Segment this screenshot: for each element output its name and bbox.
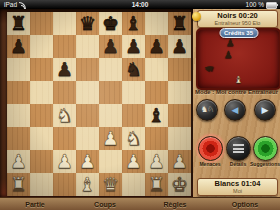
square-f8[interactable]: ♝ [122,12,145,35]
square-d5[interactable] [76,81,99,104]
square-c3[interactable] [53,127,76,150]
white-clock-time: Blancs 01:04 [198,179,277,188]
next-move-button[interactable]: ▶ [254,99,276,121]
square-g1[interactable]: ♜ [145,173,168,196]
square-g7[interactable]: ♟ [145,35,168,58]
status-time: 14:00 [0,0,280,9]
piece-white-bishop[interactable]: ♝ [76,173,99,196]
square-d8[interactable]: ♛ [76,12,99,35]
bottom-toolbar: Partie Coups Règles Options [0,197,280,210]
coin-icon [192,12,201,21]
threats-label: Menaces [195,161,225,167]
battery-icon [266,2,277,9]
piece-black-pawn[interactable]: ♟ [7,35,30,58]
piece-black-pawn[interactable]: ♟ [53,58,76,81]
square-d6[interactable] [76,58,99,81]
board-frame: ♜♛♚♝♜♟♟♟♟♟♟♞♞♝♟♞♟♟♟♟♟♟♜♝♛♜♚ [0,9,193,197]
piece-white-pawn[interactable]: ♟ [53,150,76,173]
tab-regles[interactable]: Règles [140,201,210,208]
black-clock-time: Noirs 00:20 [198,11,277,20]
piece-black-rook[interactable]: ♜ [7,12,30,35]
square-c5[interactable] [53,81,76,104]
square-d1[interactable]: ♝ [76,173,99,196]
armies-button[interactable]: ♞♘ [196,99,218,121]
tab-coups[interactable]: Coups [70,201,140,208]
threats-button[interactable] [198,136,223,161]
square-f5[interactable] [122,81,145,104]
square-c1[interactable] [53,173,76,196]
piece-black-pawn[interactable]: ♟ [99,35,122,58]
tab-options[interactable]: Options [210,201,280,208]
captured-black-pawn: ♟ [226,37,235,48]
captured-black-knight: ♞ [201,62,217,76]
previous-move-button[interactable]: ◀ [224,99,246,121]
square-e3[interactable]: ♟ [99,127,122,150]
status-bar: iPad 14:00 100 % [0,0,280,9]
square-g4[interactable]: ♝ [145,104,168,127]
piece-black-pawn[interactable]: ♟ [168,35,191,58]
piece-white-queen[interactable]: ♛ [99,173,122,196]
piece-white-pawn[interactable]: ♟ [99,127,122,150]
square-c6[interactable]: ♟ [53,58,76,81]
square-h4[interactable] [168,104,191,127]
square-b7[interactable] [30,35,53,58]
square-h3[interactable] [168,127,191,150]
square-a1[interactable]: ♜ [7,173,30,196]
details-button[interactable] [226,136,251,161]
square-c8[interactable] [53,12,76,35]
square-e8[interactable]: ♚ [99,12,122,35]
suggestions-label: Suggestions [250,161,280,167]
square-b5[interactable] [30,81,53,104]
captured-white-bishop: ♝ [234,74,243,85]
piece-black-bishop[interactable]: ♝ [145,104,168,127]
square-a8[interactable]: ♜ [7,12,30,35]
square-h1[interactable]: ♚ [168,173,191,196]
captured-black-pawn: ♟ [224,49,233,60]
square-h8[interactable]: ♜ [168,12,191,35]
piece-black-pawn[interactable]: ♟ [122,35,145,58]
piece-white-pawn[interactable]: ♟ [145,150,168,173]
square-b8[interactable] [30,12,53,35]
square-g2[interactable]: ♟ [145,150,168,173]
black-clock: Noirs 00:20 Entraîneur 950 Elo [197,10,278,28]
square-b1[interactable] [30,173,53,196]
piece-black-bishop[interactable]: ♝ [122,12,145,35]
square-b3[interactable] [30,127,53,150]
piece-white-rook[interactable]: ♜ [7,173,30,196]
forward-arrow-icon: ▶ [255,100,275,120]
square-e1[interactable]: ♛ [99,173,122,196]
square-b4[interactable] [30,104,53,127]
square-a3[interactable] [7,127,30,150]
square-g8[interactable] [145,12,168,35]
side-panel: Noirs 00:20 Entraîneur 950 Elo Crédits 3… [193,9,280,197]
piece-white-knight[interactable]: ♞ [122,127,145,150]
square-c4[interactable]: ♞ [53,104,76,127]
square-a4[interactable] [7,104,30,127]
square-a2[interactable]: ♟ [7,150,30,173]
square-d7[interactable] [76,35,99,58]
square-b2[interactable] [30,150,53,173]
list-icon [233,144,244,153]
piece-black-pawn[interactable]: ♟ [145,35,168,58]
square-d4[interactable] [76,104,99,127]
knights-icon: ♞♘ [197,100,217,120]
black-player-name: Entraîneur 950 Elo [198,20,277,26]
piece-black-knight[interactable]: ♞ [122,58,145,81]
piece-black-queen[interactable]: ♛ [76,12,99,35]
square-f7[interactable]: ♟ [122,35,145,58]
piece-black-rook[interactable]: ♜ [168,12,191,35]
captured-pieces-tray: Crédits 35 ♟♟♞♝ [196,28,280,90]
suggestions-button[interactable] [253,136,278,161]
square-h6[interactable] [168,58,191,81]
square-e4[interactable] [99,104,122,127]
chess-app-window: iPad 14:00 100 % ♜♛♚♝♜♟♟♟♟♟♟♞♞♝♟♞♟♟♟♟♟♟♜… [0,0,280,210]
square-c7[interactable] [53,35,76,58]
square-d2[interactable]: ♟ [76,150,99,173]
white-clock: Blancs 01:04 Moi [197,178,278,196]
square-f2[interactable]: ♟ [122,150,145,173]
square-h2[interactable]: ♟ [168,150,191,173]
piece-white-king[interactable]: ♚ [168,173,191,196]
square-f3[interactable]: ♞ [122,127,145,150]
piece-black-king[interactable]: ♚ [99,12,122,35]
square-a7[interactable]: ♟ [7,35,30,58]
square-d3[interactable] [76,127,99,150]
back-arrow-icon: ◀ [225,100,245,120]
square-h5[interactable] [168,81,191,104]
square-a5[interactable] [7,81,30,104]
square-g6[interactable] [145,58,168,81]
status-battery-text: 100 % [246,0,264,9]
square-f6[interactable]: ♞ [122,58,145,81]
credits-badge[interactable]: Crédits 35 [219,28,258,38]
square-e7[interactable]: ♟ [99,35,122,58]
piece-white-pawn[interactable]: ♟ [76,150,99,173]
square-c2[interactable]: ♟ [53,150,76,173]
tab-partie[interactable]: Partie [0,201,70,208]
square-f4[interactable] [122,104,145,127]
square-e6[interactable] [99,58,122,81]
piece-white-pawn[interactable]: ♟ [122,150,145,173]
square-e2[interactable] [99,150,122,173]
piece-white-pawn[interactable]: ♟ [168,150,191,173]
square-g3[interactable] [145,127,168,150]
chess-board: ♜♛♚♝♜♟♟♟♟♟♟♞♞♝♟♞♟♟♟♟♟♟♜♝♛♜♚ [7,12,191,196]
square-a6[interactable] [7,58,30,81]
square-e5[interactable] [99,81,122,104]
square-g5[interactable] [145,81,168,104]
square-f1[interactable] [122,173,145,196]
piece-white-rook[interactable]: ♜ [145,173,168,196]
square-b6[interactable] [30,58,53,81]
details-label: Détails [223,161,253,167]
piece-white-pawn[interactable]: ♟ [7,150,30,173]
white-player-name: Moi [198,188,277,194]
square-h7[interactable]: ♟ [168,35,191,58]
piece-white-knight[interactable]: ♞ [53,104,76,127]
mode-label: Mode : Moi contre Entraîneur [193,89,280,95]
